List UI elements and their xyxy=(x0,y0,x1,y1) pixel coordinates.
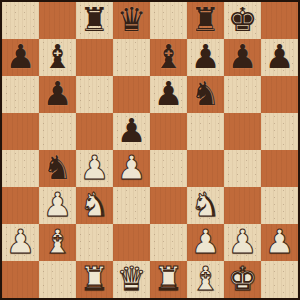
square-h2[interactable]: ♟ xyxy=(261,224,298,261)
square-h6[interactable] xyxy=(261,76,298,113)
square-b7[interactable]: ♝ xyxy=(39,39,76,76)
square-e7[interactable]: ♝ xyxy=(150,39,187,76)
square-f4[interactable] xyxy=(187,150,224,187)
white-pawn-d4[interactable]: ♟ xyxy=(117,150,147,186)
black-pawn-e6[interactable]: ♟ xyxy=(154,76,184,112)
square-e6[interactable]: ♟ xyxy=(150,76,187,113)
square-d8[interactable]: ♛ xyxy=(113,2,150,39)
square-g5[interactable] xyxy=(224,113,261,150)
square-f8[interactable]: ♜ xyxy=(187,2,224,39)
square-c5[interactable] xyxy=(76,113,113,150)
square-b6[interactable]: ♟ xyxy=(39,76,76,113)
square-e2[interactable] xyxy=(150,224,187,261)
square-d5[interactable]: ♟ xyxy=(113,113,150,150)
square-d3[interactable] xyxy=(113,187,150,224)
square-b4[interactable]: ♞ xyxy=(39,150,76,187)
white-knight-c3[interactable]: ♞ xyxy=(80,187,110,223)
black-pawn-f7[interactable]: ♟ xyxy=(191,39,221,75)
square-d6[interactable] xyxy=(113,76,150,113)
black-pawn-g7[interactable]: ♟ xyxy=(228,39,258,75)
square-b5[interactable] xyxy=(39,113,76,150)
square-d4[interactable]: ♟ xyxy=(113,150,150,187)
white-bishop-f1[interactable]: ♝ xyxy=(191,261,221,297)
black-pawn-b6[interactable]: ♟ xyxy=(43,76,73,112)
square-g3[interactable] xyxy=(224,187,261,224)
square-h7[interactable]: ♟ xyxy=(261,39,298,76)
black-knight-b4[interactable]: ♞ xyxy=(43,150,73,186)
square-c8[interactable]: ♜ xyxy=(76,2,113,39)
square-a4[interactable] xyxy=(2,150,39,187)
white-pawn-h2[interactable]: ♟ xyxy=(265,224,295,260)
square-c1[interactable]: ♜ xyxy=(76,261,113,298)
square-b3[interactable]: ♟ xyxy=(39,187,76,224)
square-a2[interactable]: ♟ xyxy=(2,224,39,261)
square-a5[interactable] xyxy=(2,113,39,150)
square-c4[interactable]: ♟ xyxy=(76,150,113,187)
black-knight-f6[interactable]: ♞ xyxy=(191,76,221,112)
square-g6[interactable] xyxy=(224,76,261,113)
square-c6[interactable] xyxy=(76,76,113,113)
square-d2[interactable] xyxy=(113,224,150,261)
square-g1[interactable]: ♚ xyxy=(224,261,261,298)
white-king-g1[interactable]: ♚ xyxy=(228,261,258,297)
square-c7[interactable] xyxy=(76,39,113,76)
square-g2[interactable]: ♟ xyxy=(224,224,261,261)
square-g8[interactable]: ♚ xyxy=(224,2,261,39)
square-a6[interactable] xyxy=(2,76,39,113)
black-queen-d8[interactable]: ♛ xyxy=(117,2,147,38)
chess-board-frame: ♜♛♜♚♟♝♝♟♟♟♟♟♞♟♞♟♟♟♞♞♟♝♟♟♟♜♛♜♝♚ xyxy=(0,0,300,300)
square-h5[interactable] xyxy=(261,113,298,150)
square-f2[interactable]: ♟ xyxy=(187,224,224,261)
square-h4[interactable] xyxy=(261,150,298,187)
square-e4[interactable] xyxy=(150,150,187,187)
white-pawn-a2[interactable]: ♟ xyxy=(6,224,36,260)
white-pawn-c4[interactable]: ♟ xyxy=(80,150,110,186)
square-d1[interactable]: ♛ xyxy=(113,261,150,298)
square-g7[interactable]: ♟ xyxy=(224,39,261,76)
black-pawn-a7[interactable]: ♟ xyxy=(6,39,36,75)
chess-board: ♜♛♜♚♟♝♝♟♟♟♟♟♞♟♞♟♟♟♞♞♟♝♟♟♟♜♛♜♝♚ xyxy=(2,2,298,298)
black-king-g8[interactable]: ♚ xyxy=(228,2,258,38)
black-rook-c8[interactable]: ♜ xyxy=(80,2,110,38)
square-a1[interactable] xyxy=(2,261,39,298)
square-e1[interactable]: ♜ xyxy=(150,261,187,298)
white-pawn-f2[interactable]: ♟ xyxy=(191,224,221,260)
square-b8[interactable] xyxy=(39,2,76,39)
white-queen-d1[interactable]: ♛ xyxy=(117,261,147,297)
square-h8[interactable] xyxy=(261,2,298,39)
square-a8[interactable] xyxy=(2,2,39,39)
square-h1[interactable] xyxy=(261,261,298,298)
white-rook-c1[interactable]: ♜ xyxy=(80,261,110,297)
square-a3[interactable] xyxy=(2,187,39,224)
square-b2[interactable]: ♝ xyxy=(39,224,76,261)
white-knight-f3[interactable]: ♞ xyxy=(191,187,221,223)
black-pawn-h7[interactable]: ♟ xyxy=(265,39,295,75)
square-h3[interactable] xyxy=(261,187,298,224)
white-pawn-b3[interactable]: ♟ xyxy=(43,187,73,223)
square-f7[interactable]: ♟ xyxy=(187,39,224,76)
square-c2[interactable] xyxy=(76,224,113,261)
black-pawn-d5[interactable]: ♟ xyxy=(117,113,147,149)
square-f5[interactable] xyxy=(187,113,224,150)
square-c3[interactable]: ♞ xyxy=(76,187,113,224)
square-g4[interactable] xyxy=(224,150,261,187)
white-rook-e1[interactable]: ♜ xyxy=(154,261,184,297)
square-a7[interactable]: ♟ xyxy=(2,39,39,76)
black-bishop-b7[interactable]: ♝ xyxy=(43,39,73,75)
square-e3[interactable] xyxy=(150,187,187,224)
square-e5[interactable] xyxy=(150,113,187,150)
square-f1[interactable]: ♝ xyxy=(187,261,224,298)
square-f6[interactable]: ♞ xyxy=(187,76,224,113)
square-d7[interactable] xyxy=(113,39,150,76)
square-f3[interactable]: ♞ xyxy=(187,187,224,224)
white-bishop-b2[interactable]: ♝ xyxy=(43,224,73,260)
square-b1[interactable] xyxy=(39,261,76,298)
black-rook-f8[interactable]: ♜ xyxy=(191,2,221,38)
white-pawn-g2[interactable]: ♟ xyxy=(228,224,258,260)
square-e8[interactable] xyxy=(150,2,187,39)
black-bishop-e7[interactable]: ♝ xyxy=(154,39,184,75)
